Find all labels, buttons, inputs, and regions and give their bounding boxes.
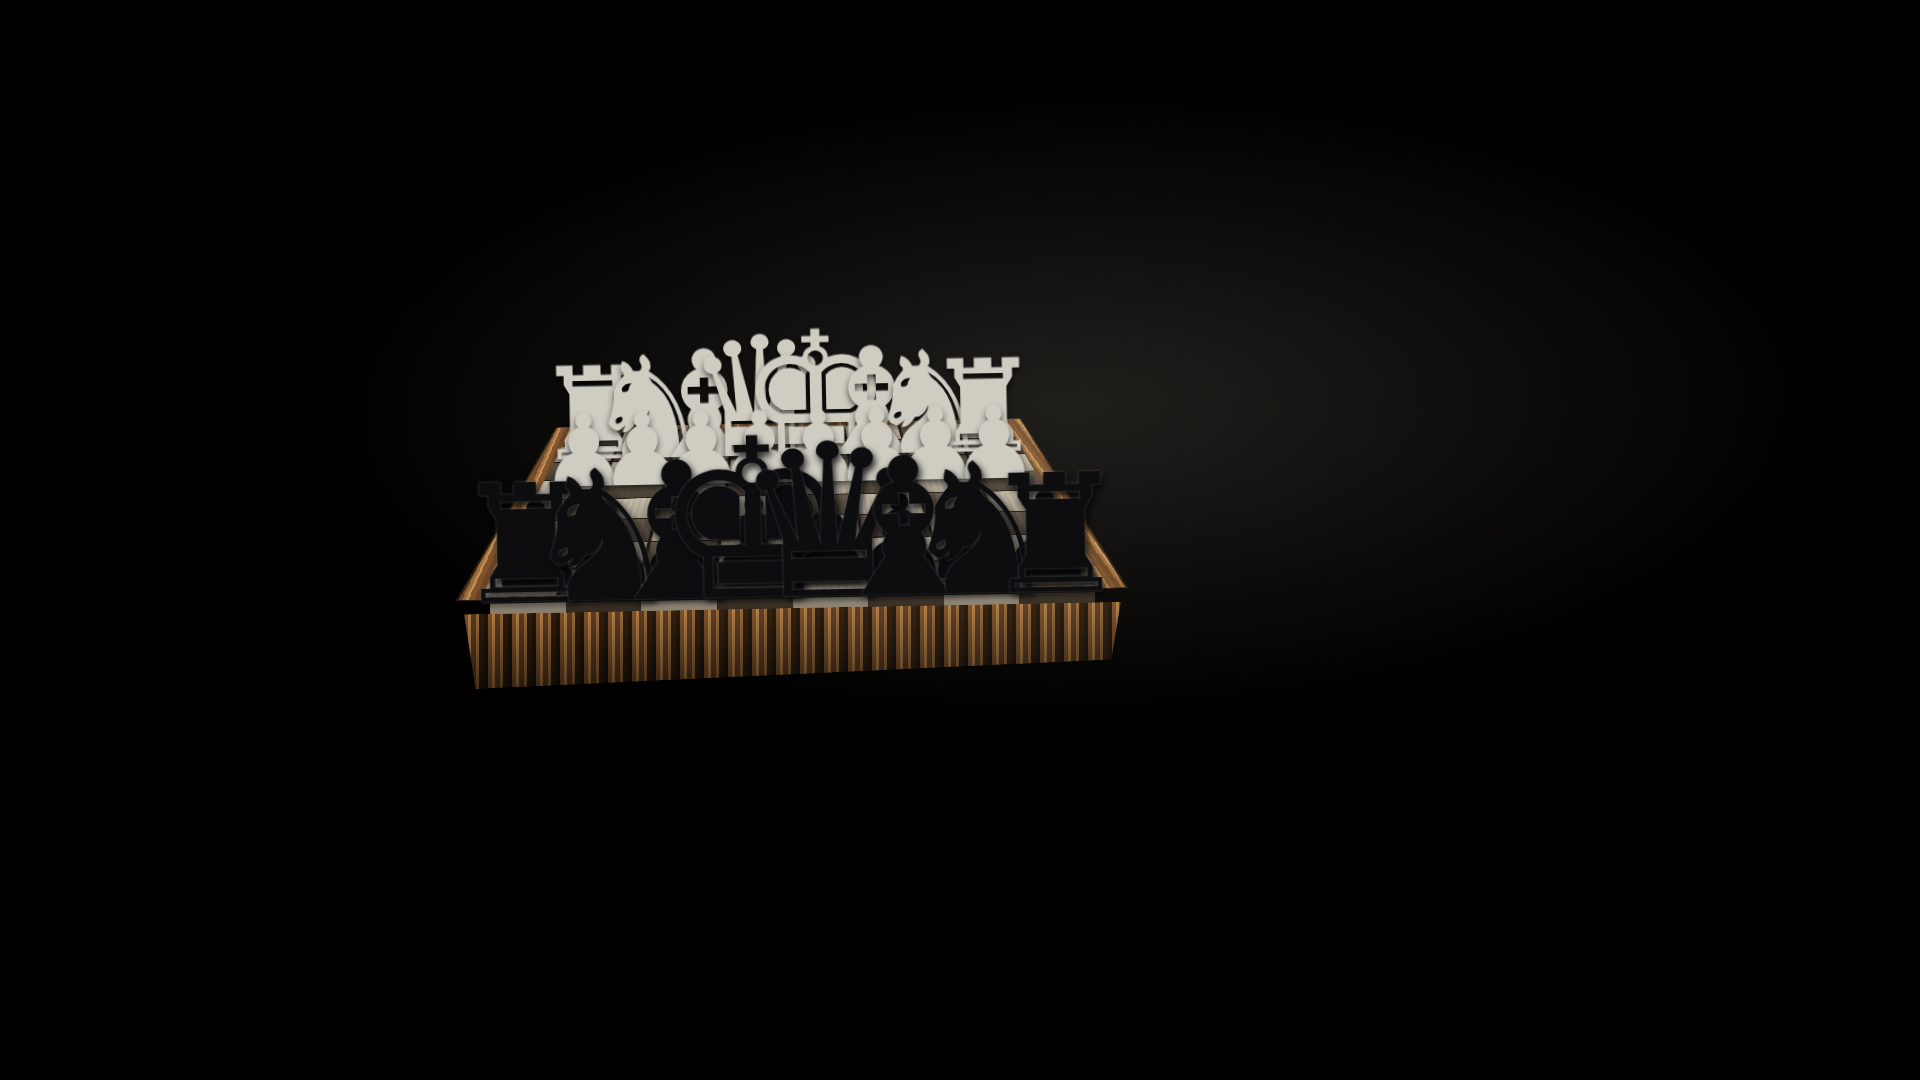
chess-scene: ♜♞♝♛♚♝♞♜♟♟♟♟♟♟♟♟♟♟♟♟♟♟♟♟♜♞♝♚♛♝♞♜	[0, 0, 1920, 1080]
pieces-layer: ♜♞♝♛♚♝♞♜♟♟♟♟♟♟♟♟♟♟♟♟♟♟♟♟♜♞♝♚♛♝♞♜	[0, 0, 1920, 1080]
black-rook[interactable]: ♜	[981, 452, 1130, 618]
board-assembly: ♜♞♝♛♚♝♞♜♟♟♟♟♟♟♟♟♟♟♟♟♟♟♟♟♜♞♝♚♛♝♞♜	[0, 0, 1920, 1080]
